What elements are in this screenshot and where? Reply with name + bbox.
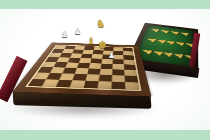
- chess-set-product-photo: ♟ ♟ ♟ ♟ ♟ ♟ ♟ ♟ ♟ ♟ ♟ ♟ ♟ ♟: [0, 0, 210, 140]
- silver-pawn-icon: ♟: [108, 52, 115, 60]
- brass-knight-icon: ♞: [96, 19, 105, 29]
- board-pieces-layer: ♟ ♟ ♞ ♝ ♚ ♟: [0, 0, 210, 140]
- brass-king-icon: ♚: [98, 40, 107, 50]
- silver-pawn-icon: ♟: [74, 28, 81, 36]
- silver-pawn-icon: ♟: [61, 31, 68, 39]
- brass-bishop-icon: ♝: [87, 37, 95, 46]
